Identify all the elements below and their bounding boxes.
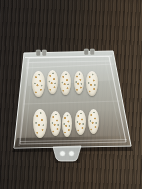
press-on-nail bbox=[88, 109, 99, 134]
press-on-nail bbox=[32, 71, 45, 97]
press-on-nail bbox=[33, 109, 47, 138]
press-on-nail bbox=[62, 112, 72, 137]
press-on-nail bbox=[50, 111, 61, 136]
press-on-nail bbox=[86, 71, 98, 96]
press-on-nail bbox=[74, 71, 84, 94]
press-on-nail bbox=[47, 70, 58, 94]
product-photo bbox=[0, 0, 142, 189]
press-on-nail bbox=[75, 110, 86, 135]
press-on-nail bbox=[60, 71, 71, 95]
nail-set bbox=[0, 0, 142, 189]
